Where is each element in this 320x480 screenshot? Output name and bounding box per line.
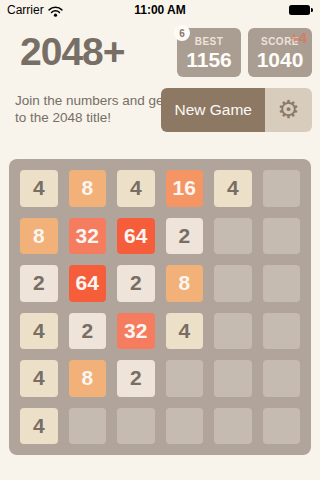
tile-8: 8 — [20, 218, 58, 255]
settings-button[interactable]: ⚙ — [265, 88, 312, 132]
gear-icon: ⚙ — [277, 97, 299, 122]
level-bubble: 6 — [174, 25, 190, 41]
empty-cell — [117, 408, 155, 445]
score-badge: +4 SCORE 1040 — [248, 28, 312, 77]
newgame-control: New Game ⚙ — [161, 88, 312, 132]
tile-4: 4 — [117, 170, 155, 207]
board[interactable]: 48416483264226428423244824 — [9, 159, 311, 455]
best-badge: 6 BEST 1156 — [177, 28, 241, 77]
tile-32: 32 — [117, 313, 155, 350]
empty-cell — [263, 218, 301, 255]
empty-cell — [263, 170, 301, 207]
tile-32: 32 — [69, 218, 107, 255]
empty-cell — [214, 265, 252, 302]
tile-64: 64 — [69, 265, 107, 302]
tile-8: 8 — [69, 360, 107, 397]
tile-2: 2 — [117, 265, 155, 302]
carrier-label: Carrier — [7, 3, 44, 17]
tile-4: 4 — [214, 170, 252, 207]
score-delta: +4 — [290, 29, 307, 46]
tile-8: 8 — [69, 170, 107, 207]
tile-4: 4 — [20, 170, 58, 207]
tile-2: 2 — [166, 218, 204, 255]
app-screen: Carrier 11:00 AM 2048+ 6 BEST 1156 +4 SC… — [0, 0, 320, 480]
empty-cell — [263, 265, 301, 302]
battery-icon — [289, 5, 313, 15]
tile-4: 4 — [166, 313, 204, 350]
tile-2: 2 — [117, 360, 155, 397]
empty-cell — [263, 360, 301, 397]
page-title: 2048+ — [20, 30, 125, 74]
empty-cell — [214, 408, 252, 445]
empty-cell — [214, 313, 252, 350]
score-badges: 6 BEST 1156 +4 SCORE 1040 — [177, 28, 312, 77]
empty-cell — [166, 360, 204, 397]
best-value: 1156 — [186, 48, 232, 72]
empty-cell — [214, 360, 252, 397]
best-label: BEST — [195, 36, 224, 48]
wifi-icon — [48, 6, 63, 17]
tile-2: 2 — [20, 265, 58, 302]
time-label: 11:00 AM — [134, 0, 186, 20]
tile-2: 2 — [69, 313, 107, 350]
tile-16: 16 — [166, 170, 204, 207]
empty-cell — [69, 408, 107, 445]
tile-64: 64 — [117, 218, 155, 255]
status-bar: Carrier 11:00 AM — [0, 0, 320, 20]
empty-cell — [166, 408, 204, 445]
tile-4: 4 — [20, 313, 58, 350]
score-value: 1040 — [257, 48, 304, 72]
empty-cell — [263, 408, 301, 445]
tile-4: 4 — [20, 408, 58, 445]
tile-4: 4 — [20, 360, 58, 397]
empty-cell — [263, 313, 301, 350]
empty-cell — [214, 218, 252, 255]
tile-8: 8 — [166, 265, 204, 302]
new-game-button[interactable]: New Game — [161, 88, 265, 132]
